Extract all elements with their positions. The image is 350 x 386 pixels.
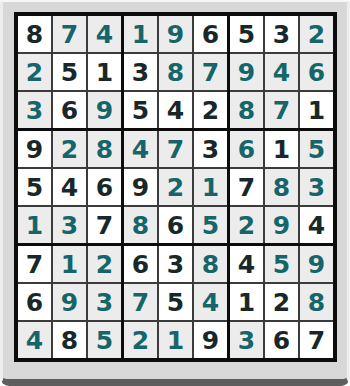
cell-r8c2[interactable]: 9 xyxy=(53,284,86,320)
cell-r6c6[interactable]: 5 xyxy=(194,207,227,243)
cell-r9c4[interactable]: 2 xyxy=(124,322,157,358)
cell-r1c5[interactable]: 9 xyxy=(159,16,192,52)
cell-r3c7[interactable]: 8 xyxy=(230,92,263,128)
cell-r1c1[interactable]: 8 xyxy=(18,16,51,52)
cell-r4c3[interactable]: 8 xyxy=(88,131,121,167)
box-7: 712693485 xyxy=(18,246,121,358)
sudoku-board: 8742513691963875425329468719285461374739… xyxy=(14,12,337,362)
cell-r3c9[interactable]: 1 xyxy=(300,92,333,128)
cell-r7c9[interactable]: 9 xyxy=(300,246,333,282)
cell-r3c3[interactable]: 9 xyxy=(88,92,121,128)
cell-r6c3[interactable]: 7 xyxy=(88,207,121,243)
cell-r3c5[interactable]: 4 xyxy=(159,92,192,128)
cell-r6c5[interactable]: 6 xyxy=(159,207,192,243)
box-5: 473921865 xyxy=(124,131,227,243)
puzzle-frame: 8742513691963875425329468719285461374739… xyxy=(0,0,350,386)
box-1: 874251369 xyxy=(18,16,121,128)
cell-r7c2[interactable]: 1 xyxy=(53,246,86,282)
cell-r9c2[interactable]: 8 xyxy=(53,322,86,358)
cell-r2c9[interactable]: 6 xyxy=(300,54,333,90)
cell-r5c9[interactable]: 3 xyxy=(300,169,333,205)
cell-r4c1[interactable]: 9 xyxy=(18,131,51,167)
cell-r1c2[interactable]: 7 xyxy=(53,16,86,52)
cell-r2c4[interactable]: 3 xyxy=(124,54,157,90)
cell-r8c5[interactable]: 5 xyxy=(159,284,192,320)
cell-r5c7[interactable]: 7 xyxy=(230,169,263,205)
box-4: 928546137 xyxy=(18,131,121,243)
box-8: 638754219 xyxy=(124,246,227,358)
cell-r1c9[interactable]: 2 xyxy=(300,16,333,52)
cell-r5c5[interactable]: 2 xyxy=(159,169,192,205)
cell-r8c1[interactable]: 6 xyxy=(18,284,51,320)
cell-r7c1[interactable]: 7 xyxy=(18,246,51,282)
cell-r8c7[interactable]: 1 xyxy=(230,284,263,320)
cell-r9c9[interactable]: 7 xyxy=(300,322,333,358)
cell-r9c1[interactable]: 4 xyxy=(18,322,51,358)
cell-r2c6[interactable]: 7 xyxy=(194,54,227,90)
cell-r6c1[interactable]: 1 xyxy=(18,207,51,243)
cell-r4c9[interactable]: 5 xyxy=(300,131,333,167)
cell-r7c7[interactable]: 4 xyxy=(230,246,263,282)
cell-r2c7[interactable]: 9 xyxy=(230,54,263,90)
cell-r3c8[interactable]: 7 xyxy=(265,92,298,128)
cell-r1c8[interactable]: 3 xyxy=(265,16,298,52)
cell-r7c8[interactable]: 5 xyxy=(265,246,298,282)
cell-r5c3[interactable]: 6 xyxy=(88,169,121,205)
cell-r9c3[interactable]: 5 xyxy=(88,322,121,358)
cell-r6c2[interactable]: 3 xyxy=(53,207,86,243)
cell-r6c7[interactable]: 2 xyxy=(230,207,263,243)
cell-r7c4[interactable]: 6 xyxy=(124,246,157,282)
cell-r6c4[interactable]: 8 xyxy=(124,207,157,243)
cell-r1c3[interactable]: 4 xyxy=(88,16,121,52)
cell-r4c7[interactable]: 6 xyxy=(230,131,263,167)
box-3: 532946871 xyxy=(230,16,333,128)
cell-r4c4[interactable]: 4 xyxy=(124,131,157,167)
cell-r5c8[interactable]: 8 xyxy=(265,169,298,205)
box-2: 196387542 xyxy=(124,16,227,128)
cell-r5c6[interactable]: 1 xyxy=(194,169,227,205)
cell-r8c9[interactable]: 8 xyxy=(300,284,333,320)
cell-r1c6[interactable]: 6 xyxy=(194,16,227,52)
cell-r4c2[interactable]: 2 xyxy=(53,131,86,167)
cell-r8c6[interactable]: 4 xyxy=(194,284,227,320)
cell-r7c6[interactable]: 8 xyxy=(194,246,227,282)
cell-r2c5[interactable]: 8 xyxy=(159,54,192,90)
cell-r7c5[interactable]: 3 xyxy=(159,246,192,282)
cell-r9c6[interactable]: 9 xyxy=(194,322,227,358)
cell-r1c4[interactable]: 1 xyxy=(124,16,157,52)
cell-r3c6[interactable]: 2 xyxy=(194,92,227,128)
cell-r9c7[interactable]: 3 xyxy=(230,322,263,358)
cell-r6c9[interactable]: 4 xyxy=(300,207,333,243)
cell-r8c8[interactable]: 2 xyxy=(265,284,298,320)
cell-r5c4[interactable]: 9 xyxy=(124,169,157,205)
cell-r8c4[interactable]: 7 xyxy=(124,284,157,320)
cell-r7c3[interactable]: 2 xyxy=(88,246,121,282)
cell-r5c1[interactable]: 5 xyxy=(18,169,51,205)
cell-r9c8[interactable]: 6 xyxy=(265,322,298,358)
cell-r2c2[interactable]: 5 xyxy=(53,54,86,90)
cell-r2c8[interactable]: 4 xyxy=(265,54,298,90)
cell-r3c1[interactable]: 3 xyxy=(18,92,51,128)
cell-r1c7[interactable]: 5 xyxy=(230,16,263,52)
cell-r3c4[interactable]: 5 xyxy=(124,92,157,128)
cell-r2c3[interactable]: 1 xyxy=(88,54,121,90)
cell-r6c8[interactable]: 9 xyxy=(265,207,298,243)
cell-r4c5[interactable]: 7 xyxy=(159,131,192,167)
cell-r5c2[interactable]: 4 xyxy=(53,169,86,205)
box-9: 459128367 xyxy=(230,246,333,358)
cell-r2c1[interactable]: 2 xyxy=(18,54,51,90)
box-6: 615783294 xyxy=(230,131,333,243)
cell-r8c3[interactable]: 3 xyxy=(88,284,121,320)
cell-r4c8[interactable]: 1 xyxy=(265,131,298,167)
cell-r4c6[interactable]: 3 xyxy=(194,131,227,167)
cell-r3c2[interactable]: 6 xyxy=(53,92,86,128)
cell-r9c5[interactable]: 1 xyxy=(159,322,192,358)
